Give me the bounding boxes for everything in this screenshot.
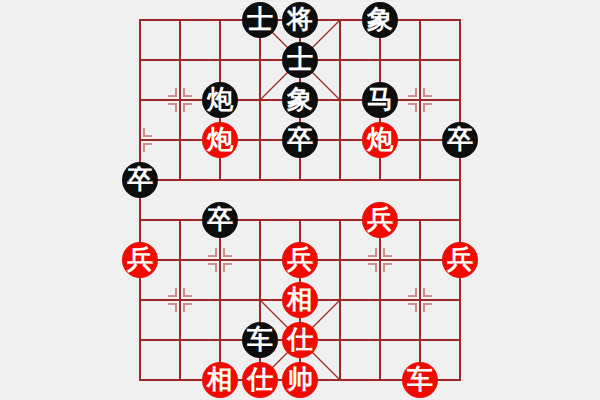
- xiangqi-board[interactable]: 士将象士炮象马卒卒卒卒车炮炮兵兵兵兵相仕相仕帅车: [0, 0, 600, 400]
- piece-red-chariot[interactable]: 车: [402, 362, 438, 398]
- piece-black-cannon[interactable]: 炮: [202, 82, 238, 118]
- piece-red-pawn[interactable]: 兵: [122, 242, 158, 278]
- piece-red-elephant[interactable]: 相: [202, 362, 238, 398]
- piece-red-pawn[interactable]: 兵: [362, 202, 398, 238]
- piece-red-cannon[interactable]: 炮: [202, 122, 238, 158]
- piece-black-pawn[interactable]: 卒: [442, 122, 478, 158]
- piece-black-chariot[interactable]: 车: [242, 322, 278, 358]
- xiangqi-app: 士将象士炮象马卒卒卒卒车炮炮兵兵兵兵相仕相仕帅车: [0, 0, 600, 400]
- piece-black-pawn[interactable]: 卒: [122, 162, 158, 198]
- piece-black-elephant[interactable]: 象: [282, 82, 318, 118]
- piece-black-advisor[interactable]: 士: [282, 42, 318, 78]
- piece-red-elephant[interactable]: 相: [282, 282, 318, 318]
- piece-black-horse[interactable]: 马: [362, 82, 398, 118]
- piece-red-cannon[interactable]: 炮: [362, 122, 398, 158]
- piece-black-pawn[interactable]: 卒: [282, 122, 318, 158]
- piece-black-pawn[interactable]: 卒: [202, 202, 238, 238]
- piece-red-advisor[interactable]: 仕: [242, 362, 278, 398]
- piece-red-advisor[interactable]: 仕: [282, 322, 318, 358]
- piece-red-pawn[interactable]: 兵: [442, 242, 478, 278]
- piece-red-general[interactable]: 帅: [282, 362, 318, 398]
- piece-red-pawn[interactable]: 兵: [282, 242, 318, 278]
- piece-black-advisor[interactable]: 士: [242, 2, 278, 38]
- piece-black-elephant[interactable]: 象: [362, 2, 398, 38]
- piece-black-general[interactable]: 将: [282, 2, 318, 38]
